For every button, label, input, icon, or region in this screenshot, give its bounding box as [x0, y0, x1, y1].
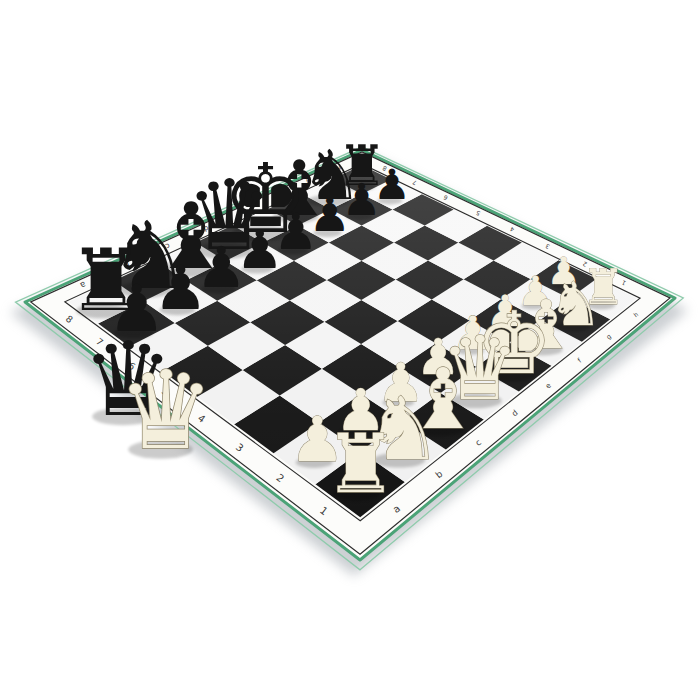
spare-piece-white-queen[interactable]: ♛ [118, 348, 215, 473]
board-scene: aa11bb22cc33dd44ee55ff66gg77hh88♜♞♟♟♝♟♚♟… [0, 0, 700, 700]
piece-white-rook-a1[interactable]: ♜ [324, 417, 397, 511]
chessboard-product-photo: aa11bb22cc33dd44ee55ff66gg77hh88♜♞♟♟♝♟♚♟… [0, 0, 700, 700]
